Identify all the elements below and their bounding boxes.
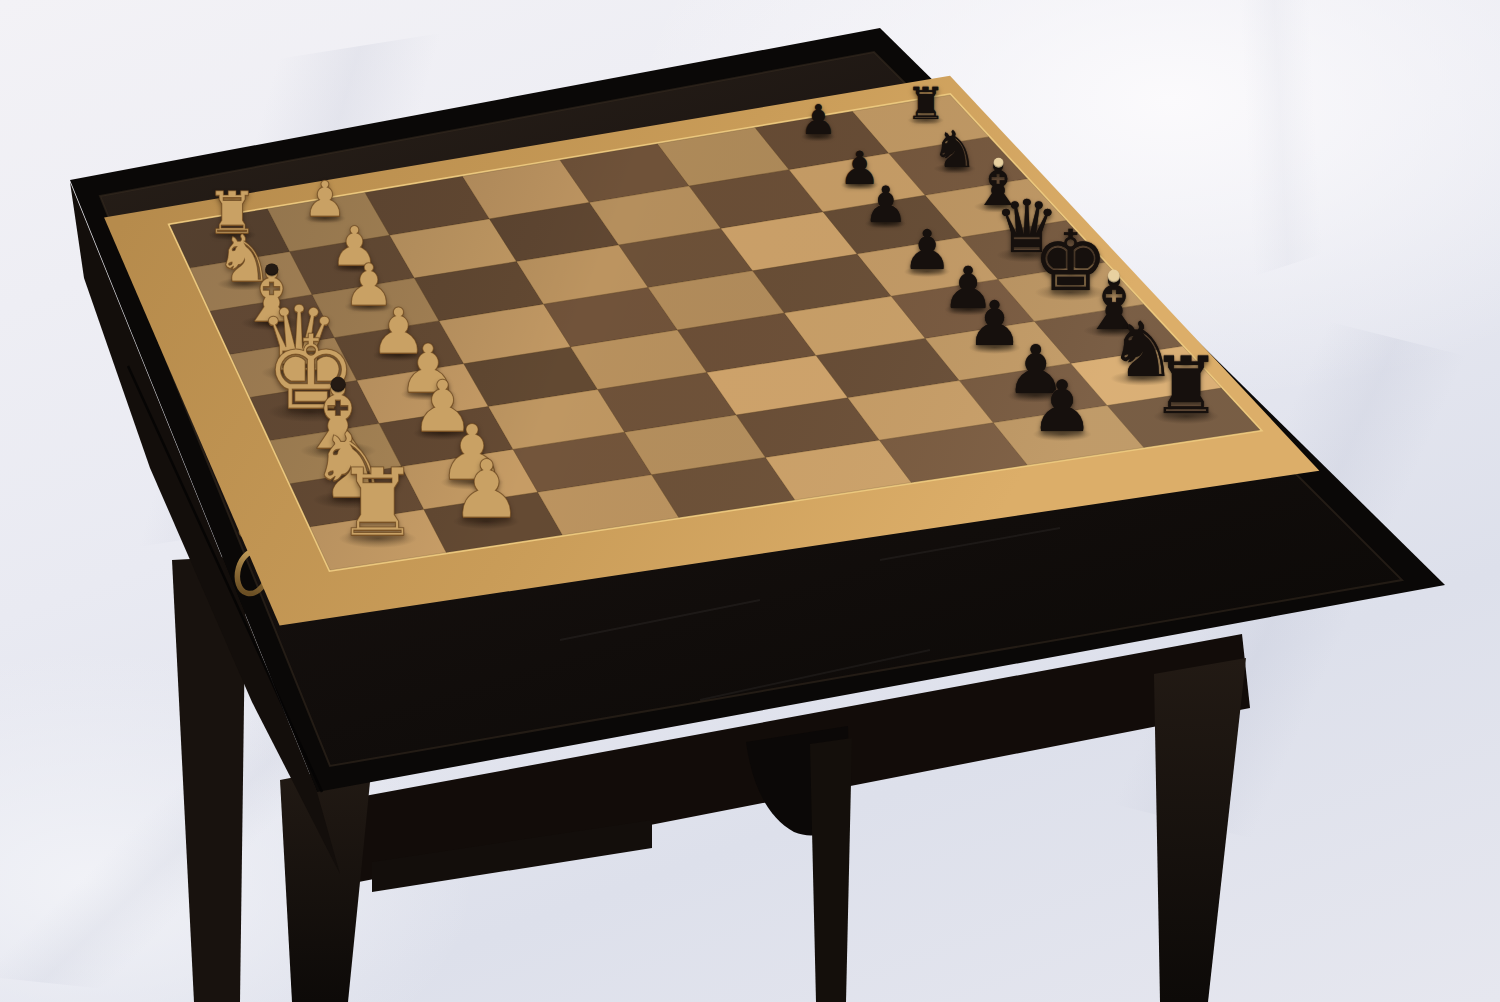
piece-black-pawn-a7[interactable]: ♟ [800,101,837,142]
piece-black-pawn-h7[interactable]: ♟ [1030,371,1094,442]
photo-scene: ♜♞♝♛♚♝♞♜♟♟♟♟♟♟♟♟♟♟♟♟♟♟♟♟♜♞♝♛♚♝♞♜ [0,0,1500,1002]
table-leg-back-right [810,738,852,1002]
games-table [0,0,1500,1002]
piece-glyph: ♟ [451,451,523,531]
bishop-contrast-finial [1108,270,1121,283]
piece-black-rook-h8[interactable]: ♜ [1151,347,1222,426]
piece-glyph: ♟ [800,101,837,142]
table-leg-front-right [1154,658,1246,1002]
piece-glyph: ♜ [1151,347,1222,426]
piece-black-knight-b8[interactable]: ♞ [932,124,978,175]
piece-glyph: ♟ [1030,371,1094,442]
piece-white-rook-h1[interactable]: ♜ [336,457,419,550]
piece-glyph: ♞ [932,124,978,175]
piece-white-pawn-h2[interactable]: ♟ [451,451,523,531]
piece-glyph: ♜ [336,457,419,550]
table-leg-front-left [280,762,372,1002]
